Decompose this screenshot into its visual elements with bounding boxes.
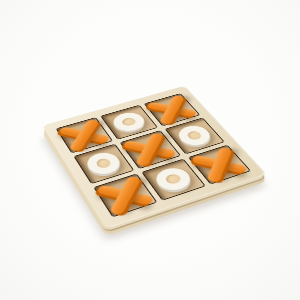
o-piece[interactable] <box>83 150 125 177</box>
o-piece[interactable] <box>109 110 149 134</box>
x-piece[interactable] <box>124 133 177 167</box>
o-piece[interactable] <box>174 123 215 148</box>
x-piece[interactable] <box>59 119 110 151</box>
x-piece[interactable] <box>191 147 247 182</box>
product-photo-scene <box>0 0 300 300</box>
x-piece[interactable] <box>147 95 197 124</box>
o-piece[interactable] <box>151 165 195 194</box>
x-piece[interactable] <box>97 176 154 215</box>
tic-tac-toe-board <box>42 86 267 229</box>
